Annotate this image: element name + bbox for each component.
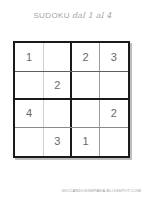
puzzle-title: SUDOKUdal 1 al 4 [0,11,145,20]
cell-r2c2[interactable]: 2 [43,71,71,99]
cell-r4c2[interactable]: 3 [43,128,71,156]
title-word-sudoku: SUDOKU [33,11,70,20]
title-range: dal 1 al 4 [72,11,112,20]
cell-r1c3[interactable]: 2 [72,43,100,71]
cell-r1c4[interactable]: 3 [100,43,128,71]
board-inner: 1 2 3 2 4 2 3 1 [15,43,128,156]
watermark: GIOCANDOSIIMPARA.BLOGSPOT.COM [61,188,141,193]
grid-line-horizontal-1 [15,71,128,72]
cell-r3c4[interactable]: 2 [100,100,128,128]
cell-r2c3[interactable] [72,71,100,99]
cell-r3c2[interactable] [43,100,71,128]
grid-line-horizontal-3 [15,127,128,128]
cell-r2c1[interactable] [15,71,43,99]
cell-r1c2[interactable] [43,43,71,71]
cell-r4c1[interactable] [15,128,43,156]
sudoku-sheet: SUDOKUdal 1 al 4 1 2 3 2 4 2 3 1 [0,0,145,200]
cell-r3c1[interactable]: 4 [15,100,43,128]
grid-line-box-separator-horizontal [15,98,128,100]
cell-r3c3[interactable] [72,100,100,128]
cell-r2c4[interactable] [100,71,128,99]
cell-r4c3[interactable]: 1 [72,128,100,156]
cell-r4c4[interactable] [100,128,128,156]
sudoku-board: 1 2 3 2 4 2 3 1 [13,41,130,158]
cell-r1c1[interactable]: 1 [15,43,43,71]
